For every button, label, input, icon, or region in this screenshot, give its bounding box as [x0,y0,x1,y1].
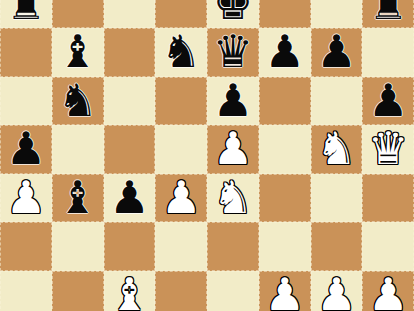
white-bishop-c2-icon[interactable]: ♝ [109,271,149,311]
white-knight-e4-icon[interactable]: ♞ [213,174,253,222]
square-d5[interactable] [155,125,207,174]
square-a4[interactable]: ♟ [0,174,52,223]
black-knight-d7-icon[interactable]: ♞ [161,28,201,76]
white-pawn-f2-icon[interactable]: ♟ [264,271,304,311]
square-g4[interactable] [311,174,363,223]
white-pawn-e5-icon[interactable]: ♟ [213,125,253,173]
square-f6[interactable] [259,77,311,126]
black-queen-e7-icon[interactable]: ♛ [213,28,253,76]
square-g3[interactable] [311,222,363,271]
square-d2[interactable] [155,271,207,311]
white-pawn-a4-icon[interactable]: ♟ [6,174,46,222]
black-bishop-b4-icon[interactable]: ♝ [57,174,97,222]
square-e4[interactable]: ♞ [207,174,259,223]
black-king-e8-icon[interactable]: ♚ [213,0,253,28]
square-f2[interactable]: ♟ [259,271,311,311]
chess-board-viewport: ♜♚♜♝♞♛♟♟♞♟♟♟♟♞♛♟♝♟♟♞♝♟♟♟ [0,0,414,311]
square-c8[interactable] [104,0,156,28]
black-knight-b6-icon[interactable]: ♞ [57,77,97,125]
square-d3[interactable] [155,222,207,271]
square-f3[interactable] [259,222,311,271]
square-a3[interactable] [0,222,52,271]
square-d6[interactable] [155,77,207,126]
square-g8[interactable] [311,0,363,28]
square-b7[interactable]: ♝ [52,28,104,77]
square-b2[interactable] [52,271,104,311]
square-h8[interactable]: ♜ [362,0,414,28]
black-bishop-b7-icon[interactable]: ♝ [57,28,97,76]
square-g6[interactable] [311,77,363,126]
white-pawn-g2-icon[interactable]: ♟ [316,271,356,311]
square-g7[interactable]: ♟ [311,28,363,77]
square-d7[interactable]: ♞ [155,28,207,77]
square-h4[interactable] [362,174,414,223]
square-b4[interactable]: ♝ [52,174,104,223]
square-h6[interactable]: ♟ [362,77,414,126]
square-c7[interactable] [104,28,156,77]
square-g2[interactable]: ♟ [311,271,363,311]
square-h7[interactable] [362,28,414,77]
square-e8[interactable]: ♚ [207,0,259,28]
black-pawn-h6-icon[interactable]: ♟ [368,77,408,125]
square-e3[interactable] [207,222,259,271]
square-b5[interactable] [52,125,104,174]
white-pawn-h2-icon[interactable]: ♟ [368,271,408,311]
square-h5[interactable]: ♛ [362,125,414,174]
square-c6[interactable] [104,77,156,126]
square-g5[interactable]: ♞ [311,125,363,174]
white-queen-h5-icon[interactable]: ♛ [368,125,408,173]
square-a7[interactable] [0,28,52,77]
black-pawn-g7-icon[interactable]: ♟ [316,28,356,76]
square-b3[interactable] [52,222,104,271]
square-b6[interactable]: ♞ [52,77,104,126]
square-f7[interactable]: ♟ [259,28,311,77]
square-e6[interactable]: ♟ [207,77,259,126]
square-b8[interactable] [52,0,104,28]
square-a8[interactable]: ♜ [0,0,52,28]
square-d4[interactable]: ♟ [155,174,207,223]
black-rook-a8-icon[interactable]: ♜ [6,0,46,28]
black-pawn-c4-icon[interactable]: ♟ [109,174,149,222]
square-c2[interactable]: ♝ [104,271,156,311]
white-knight-g5-icon[interactable]: ♞ [316,125,356,173]
square-d8[interactable] [155,0,207,28]
square-e2[interactable] [207,271,259,311]
square-c4[interactable]: ♟ [104,174,156,223]
square-h2[interactable]: ♟ [362,271,414,311]
white-pawn-d4-icon[interactable]: ♟ [161,174,201,222]
square-e7[interactable]: ♛ [207,28,259,77]
black-pawn-f7-icon[interactable]: ♟ [264,28,304,76]
square-c3[interactable] [104,222,156,271]
black-rook-h8-icon[interactable]: ♜ [368,0,408,28]
square-c5[interactable] [104,125,156,174]
square-a2[interactable] [0,271,52,311]
square-f4[interactable] [259,174,311,223]
square-a6[interactable] [0,77,52,126]
square-f5[interactable] [259,125,311,174]
square-h3[interactable] [362,222,414,271]
square-f8[interactable] [259,0,311,28]
black-pawn-e6-icon[interactable]: ♟ [213,77,253,125]
square-a5[interactable]: ♟ [0,125,52,174]
black-pawn-a5-icon[interactable]: ♟ [6,125,46,173]
chess-board: ♜♚♜♝♞♛♟♟♞♟♟♟♟♞♛♟♝♟♟♞♝♟♟♟ [0,0,414,311]
square-e5[interactable]: ♟ [207,125,259,174]
